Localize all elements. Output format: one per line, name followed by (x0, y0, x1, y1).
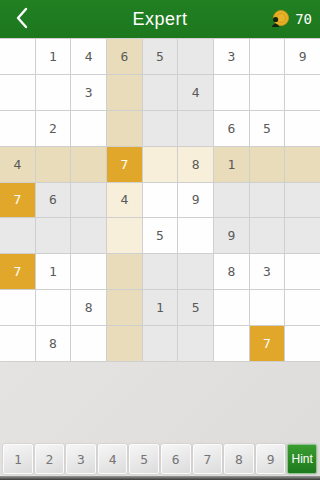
cell-r7c5[interactable] (143, 254, 178, 289)
cell-r5c3[interactable] (71, 183, 106, 218)
cell-r3c2[interactable]: 2 (36, 111, 71, 146)
player-coin-icon (270, 9, 290, 29)
cell-r9c7[interactable] (214, 326, 249, 361)
page-title: Expert (132, 9, 187, 30)
cell-r6c7[interactable]: 9 (214, 218, 249, 253)
cell-r6c1[interactable] (0, 218, 35, 253)
cell-r6c9[interactable] (285, 218, 320, 253)
cell-r6c6[interactable] (178, 218, 213, 253)
cell-r6c2[interactable] (36, 218, 71, 253)
cell-r5c6[interactable]: 9 (178, 183, 213, 218)
chevron-left-icon (14, 7, 30, 32)
cell-r2c7[interactable] (214, 75, 249, 110)
cell-r4c1[interactable]: 4 (0, 147, 35, 182)
coin-count-label: 70 (295, 11, 312, 27)
cell-r5c4[interactable]: 4 (107, 183, 142, 218)
cell-r9c1[interactable] (0, 326, 35, 361)
cell-r9c6[interactable] (178, 326, 213, 361)
cell-r3c8[interactable]: 5 (250, 111, 285, 146)
cell-r3c7[interactable]: 6 (214, 111, 249, 146)
cell-r8c3[interactable]: 8 (71, 290, 106, 325)
cell-r2c2[interactable] (36, 75, 71, 110)
cell-r8c9[interactable] (285, 290, 320, 325)
numpad-1[interactable]: 1 (3, 444, 33, 474)
cell-r1c4[interactable]: 6 (107, 39, 142, 74)
numpad-6[interactable]: 6 (161, 444, 191, 474)
cell-r8c6[interactable]: 5 (178, 290, 213, 325)
cell-r2c4[interactable] (107, 75, 142, 110)
cell-r2c1[interactable] (0, 75, 35, 110)
cell-r4c2[interactable] (36, 147, 71, 182)
sudoku-grid: 146539342654781764959718381587 (0, 38, 320, 362)
cell-r7c4[interactable] (107, 254, 142, 289)
cell-r2c3[interactable]: 3 (71, 75, 106, 110)
cell-r3c3[interactable] (71, 111, 106, 146)
cell-r8c5[interactable]: 1 (143, 290, 178, 325)
cell-r4c7[interactable]: 1 (214, 147, 249, 182)
cell-r7c2[interactable]: 1 (36, 254, 71, 289)
cell-r3c4[interactable] (107, 111, 142, 146)
cell-r8c1[interactable] (0, 290, 35, 325)
cell-r3c5[interactable] (143, 111, 178, 146)
numpad-8[interactable]: 8 (224, 444, 254, 474)
cell-r7c7[interactable]: 8 (214, 254, 249, 289)
cell-r5c7[interactable] (214, 183, 249, 218)
cell-r2c5[interactable] (143, 75, 178, 110)
cell-r2c6[interactable]: 4 (178, 75, 213, 110)
cell-r7c3[interactable] (71, 254, 106, 289)
cell-r8c8[interactable] (250, 290, 285, 325)
numpad-7[interactable]: 7 (193, 444, 223, 474)
number-pad: 1 2 3 4 5 6 7 8 9 Hint (0, 442, 320, 476)
cell-r9c4[interactable] (107, 326, 142, 361)
cell-r6c8[interactable] (250, 218, 285, 253)
cell-r8c7[interactable] (214, 290, 249, 325)
cell-r1c1[interactable] (0, 39, 35, 74)
cell-r5c5[interactable] (143, 183, 178, 218)
cell-r1c6[interactable] (178, 39, 213, 74)
cell-r9c2[interactable]: 8 (36, 326, 71, 361)
sudoku-app-screen: Expert 70 146539342654781764959718381587… (0, 0, 320, 480)
cell-r8c4[interactable] (107, 290, 142, 325)
numpad-3[interactable]: 3 (66, 444, 96, 474)
cell-r3c6[interactable] (178, 111, 213, 146)
bottom-edge-strip (0, 476, 320, 480)
cell-r5c2[interactable]: 6 (36, 183, 71, 218)
cell-r7c8[interactable]: 3 (250, 254, 285, 289)
cell-r1c5[interactable]: 5 (143, 39, 178, 74)
cell-r9c8[interactable]: 7 (250, 326, 285, 361)
cell-r7c9[interactable] (285, 254, 320, 289)
cell-r1c8[interactable] (250, 39, 285, 74)
cell-r5c8[interactable] (250, 183, 285, 218)
cell-r2c8[interactable] (250, 75, 285, 110)
cell-r5c1[interactable]: 7 (0, 183, 35, 218)
cell-r7c1[interactable]: 7 (0, 254, 35, 289)
numpad-2[interactable]: 2 (35, 444, 65, 474)
cell-r6c5[interactable]: 5 (143, 218, 178, 253)
cell-r6c3[interactable] (71, 218, 106, 253)
cell-r4c8[interactable] (250, 147, 285, 182)
cell-r1c2[interactable]: 1 (36, 39, 71, 74)
numpad-5[interactable]: 5 (129, 444, 159, 474)
cell-r9c3[interactable] (71, 326, 106, 361)
back-button[interactable] (4, 0, 40, 38)
cell-r5c9[interactable] (285, 183, 320, 218)
cell-r4c4[interactable]: 7 (107, 147, 142, 182)
cell-r4c5[interactable] (143, 147, 178, 182)
cell-r6c4[interactable] (107, 218, 142, 253)
cell-r2c9[interactable] (285, 75, 320, 110)
coin-counter[interactable]: 70 (270, 0, 312, 38)
cell-r1c9[interactable]: 9 (285, 39, 320, 74)
numpad-4[interactable]: 4 (98, 444, 128, 474)
cell-r4c9[interactable] (285, 147, 320, 182)
cell-r4c6[interactable]: 8 (178, 147, 213, 182)
cell-r1c3[interactable]: 4 (71, 39, 106, 74)
cell-r9c9[interactable] (285, 326, 320, 361)
cell-r7c6[interactable] (178, 254, 213, 289)
cell-r3c1[interactable] (0, 111, 35, 146)
cell-r9c5[interactable] (143, 326, 178, 361)
cell-r8c2[interactable] (36, 290, 71, 325)
header-bar: Expert 70 (0, 0, 320, 38)
cell-r3c9[interactable] (285, 111, 320, 146)
hint-button[interactable]: Hint (287, 444, 317, 474)
cell-r4c3[interactable] (71, 147, 106, 182)
cell-r1c7[interactable]: 3 (214, 39, 249, 74)
numpad-9[interactable]: 9 (256, 444, 286, 474)
